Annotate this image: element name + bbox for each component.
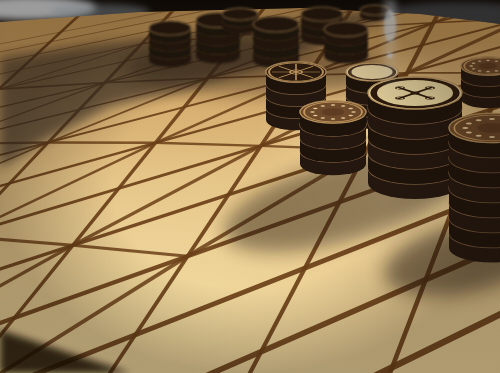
scene-mount	[0, 0, 500, 373]
board-photo: Alquerque (laser-engraved wooden board)	[0, 0, 500, 373]
alquerque-scene	[0, 0, 500, 373]
vignette	[0, 0, 500, 373]
